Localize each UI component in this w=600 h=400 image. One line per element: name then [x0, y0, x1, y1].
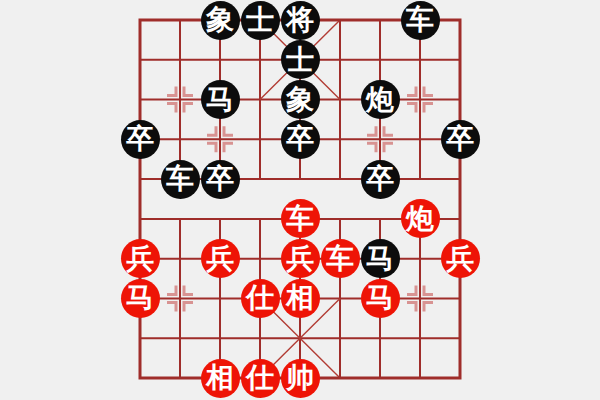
position-marker [207, 143, 216, 152]
position-marker [384, 143, 393, 152]
position-marker [367, 143, 376, 152]
piece-red-soldier[interactable]: 兵 [121, 239, 160, 278]
piece-black-soldier[interactable]: 卒 [121, 120, 160, 159]
piece-red-soldier[interactable]: 兵 [441, 239, 480, 278]
piece-black-soldier[interactable]: 卒 [201, 160, 240, 199]
position-marker [167, 285, 176, 294]
position-marker [184, 302, 193, 311]
position-marker [424, 87, 433, 96]
position-marker [184, 285, 193, 294]
piece-black-soldier[interactable]: 卒 [441, 120, 480, 159]
piece-black-cannon[interactable]: 炮 [361, 80, 400, 119]
position-marker [407, 104, 416, 113]
piece-black-chariot[interactable]: 车 [161, 160, 200, 199]
piece-black-elephant[interactable]: 象 [201, 1, 240, 40]
xiangqi-board[interactable]: 象士将车士马象炮卒卒卒车卒卒车炮兵兵兵车马兵马仕相马相仕帅 [0, 0, 600, 400]
piece-red-chariot[interactable]: 车 [281, 199, 320, 238]
position-marker [167, 302, 176, 311]
position-marker [407, 87, 416, 96]
position-marker [384, 126, 393, 135]
piece-red-soldier[interactable]: 兵 [281, 239, 320, 278]
piece-red-elephant[interactable]: 相 [201, 359, 240, 398]
position-marker [184, 87, 193, 96]
piece-black-horse[interactable]: 马 [201, 80, 240, 119]
position-marker [207, 126, 216, 135]
piece-black-advisor[interactable]: 士 [281, 40, 320, 79]
position-marker [167, 87, 176, 96]
piece-black-advisor[interactable]: 士 [241, 1, 280, 40]
piece-red-advisor[interactable]: 仕 [241, 359, 280, 398]
piece-red-general[interactable]: 帅 [281, 359, 320, 398]
position-marker [224, 143, 233, 152]
position-marker [407, 302, 416, 311]
piece-red-cannon[interactable]: 炮 [401, 199, 440, 238]
piece-red-chariot[interactable]: 车 [321, 239, 360, 278]
position-marker [167, 104, 176, 113]
position-marker [367, 126, 376, 135]
position-marker [424, 104, 433, 113]
xiangqi-app: 象士将车士马象炮卒卒卒车卒卒车炮兵兵兵车马兵马仕相马相仕帅 [0, 0, 600, 400]
position-marker [224, 126, 233, 135]
position-marker [184, 104, 193, 113]
piece-black-soldier[interactable]: 卒 [361, 160, 400, 199]
piece-black-horse[interactable]: 马 [361, 239, 400, 278]
piece-red-soldier[interactable]: 兵 [201, 239, 240, 278]
position-marker [424, 302, 433, 311]
piece-red-horse[interactable]: 马 [121, 279, 160, 318]
piece-red-elephant[interactable]: 相 [281, 279, 320, 318]
piece-black-soldier[interactable]: 卒 [281, 120, 320, 159]
position-marker [424, 285, 433, 294]
piece-black-general[interactable]: 将 [281, 1, 320, 40]
piece-black-elephant[interactable]: 象 [281, 80, 320, 119]
piece-red-advisor[interactable]: 仕 [241, 279, 280, 318]
piece-black-chariot[interactable]: 车 [401, 1, 440, 40]
piece-red-horse[interactable]: 马 [361, 279, 400, 318]
position-marker [407, 285, 416, 294]
